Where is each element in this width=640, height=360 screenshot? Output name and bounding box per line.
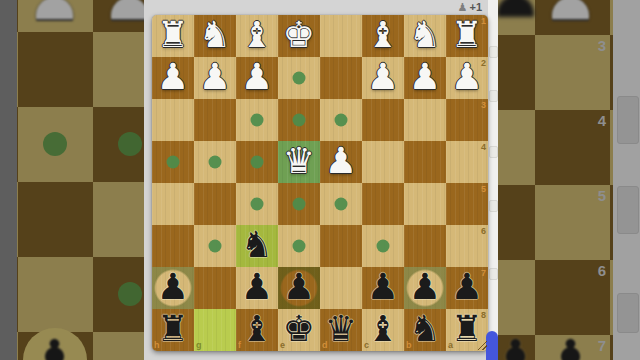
background-move-hint-dot	[118, 282, 142, 306]
piece-white-rook[interactable]: ♜	[152, 15, 194, 57]
background-ui-box	[617, 186, 639, 234]
square-c6[interactable]	[362, 225, 404, 267]
background-black-piece	[498, 0, 553, 33]
square-g5[interactable]	[194, 183, 236, 225]
chess-app-content: ♟ +1 ♜♞♝♚♝♞♜1♟♟♟♟♟♟23♛♟45♞6♟♟♟♟♟♟7♜hg♝f♚…	[144, 0, 498, 360]
background-move-hint-dot	[43, 132, 67, 156]
square-b3[interactable]	[404, 99, 446, 141]
square-b6[interactable]	[404, 225, 446, 267]
move-hint-dot	[251, 114, 264, 127]
move-hint-dot	[335, 114, 348, 127]
file-label: a	[448, 340, 453, 350]
square-g7[interactable]	[194, 267, 236, 309]
square-c3[interactable]	[362, 99, 404, 141]
square-e3[interactable]	[278, 99, 320, 141]
background-rank-label: 3	[590, 37, 606, 54]
piece-white-pawn[interactable]: ♟	[194, 57, 236, 99]
square-b2[interactable]: ♟	[404, 57, 446, 99]
piece-black-pawn[interactable]: ♟	[236, 267, 278, 309]
square-a5[interactable]: 5	[446, 183, 488, 225]
rank-label: 5	[481, 184, 486, 194]
background-move-hint-dot	[118, 132, 142, 156]
file-label: b	[406, 340, 412, 350]
square-e7[interactable]: ♟	[278, 267, 320, 309]
square-h1[interactable]: ♜	[152, 15, 194, 57]
piece-white-bishop[interactable]: ♝	[362, 15, 404, 57]
square-h3[interactable]	[152, 99, 194, 141]
square-f7[interactable]: ♟	[236, 267, 278, 309]
sidebar-mark	[489, 268, 498, 280]
piece-black-pawn[interactable]: ♟	[362, 267, 404, 309]
square-c2[interactable]: ♟	[362, 57, 404, 99]
file-label: e	[280, 340, 285, 350]
square-b8[interactable]: ♞b	[404, 309, 446, 351]
rank-label: 6	[481, 226, 486, 236]
sidebar-mark	[489, 200, 498, 212]
square-b7[interactable]: ♟	[404, 267, 446, 309]
square-f2[interactable]: ♟	[236, 57, 278, 99]
square-e6[interactable]	[278, 225, 320, 267]
move-hint-dot	[251, 198, 264, 211]
rank-label: 4	[481, 142, 486, 152]
file-label: f	[238, 340, 241, 350]
screenshot-stage: 34567 ♟ +1 ♜♞♝♚♝♞♜1♟♟♟♟♟♟23♛♟45♞6♟♟♟♟♟♟7…	[0, 0, 640, 360]
material-advantage-value: +1	[469, 1, 482, 13]
piece-white-bishop[interactable]: ♝	[236, 15, 278, 57]
square-a6[interactable]: 6	[446, 225, 488, 267]
piece-white-pawn[interactable]: ♟	[362, 57, 404, 99]
square-d1[interactable]	[320, 15, 362, 57]
square-h5[interactable]	[152, 183, 194, 225]
square-g1[interactable]: ♞	[194, 15, 236, 57]
background-white-pawn	[17, 0, 92, 35]
square-h6[interactable]	[152, 225, 194, 267]
background-rank-label: 5	[590, 187, 606, 204]
background-gray-strip-right	[613, 0, 640, 360]
square-c8[interactable]: ♝c	[362, 309, 404, 351]
piece-white-pawn[interactable]: ♟	[236, 57, 278, 99]
move-hint-dot	[377, 240, 390, 253]
square-f8[interactable]: ♝f	[236, 309, 278, 351]
square-e4[interactable]: ♛	[278, 141, 320, 183]
piece-white-knight[interactable]: ♞	[194, 15, 236, 57]
square-d8[interactable]: ♛d	[320, 309, 362, 351]
piece-white-pawn[interactable]: ♟	[320, 141, 362, 183]
background-blur-board-left	[17, 0, 148, 360]
piece-white-pawn[interactable]: ♟	[152, 57, 194, 99]
background-black-pawn	[498, 325, 553, 360]
background-rank-label: 6	[590, 262, 606, 279]
square-g8[interactable]: g	[194, 309, 236, 351]
material-advantage-indicator: ♟ +1	[458, 0, 482, 14]
file-label: d	[322, 340, 328, 350]
rank-label: 2	[481, 58, 486, 68]
sidebar-mark	[489, 46, 498, 58]
square-f5[interactable]	[236, 183, 278, 225]
square-d4[interactable]: ♟	[320, 141, 362, 183]
square-h4[interactable]	[152, 141, 194, 183]
move-hint-dot	[293, 114, 306, 127]
square-e1[interactable]: ♚	[278, 15, 320, 57]
background-capture-circle	[23, 328, 87, 360]
rank-label: 1	[481, 16, 486, 26]
move-hint-dot	[335, 198, 348, 211]
background-rank-label: 4	[590, 112, 606, 129]
square-d5[interactable]	[320, 183, 362, 225]
file-label: c	[364, 340, 369, 350]
square-g3[interactable]	[194, 99, 236, 141]
move-hint-dot	[167, 156, 180, 169]
square-c5[interactable]	[362, 183, 404, 225]
chess-board[interactable]: ♜♞♝♚♝♞♜1♟♟♟♟♟♟23♛♟45♞6♟♟♟♟♟♟7♜hg♝f♚e♛d♝c…	[152, 15, 488, 351]
background-gray-strip-left	[0, 0, 17, 360]
square-g4[interactable]	[194, 141, 236, 183]
rank-label: 3	[481, 100, 486, 110]
square-d2[interactable]	[320, 57, 362, 99]
rank-label: 7	[481, 268, 486, 278]
square-e8[interactable]: ♚e	[278, 309, 320, 351]
piece-white-queen[interactable]: ♛	[278, 141, 320, 183]
square-a7[interactable]: ♟7	[446, 267, 488, 309]
square-c1[interactable]: ♝	[362, 15, 404, 57]
square-a1[interactable]: ♜1	[446, 15, 488, 57]
background-blur-board-right: 34567	[498, 0, 613, 360]
square-f3[interactable]	[236, 99, 278, 141]
sidebar-strip	[488, 0, 498, 360]
square-h2[interactable]: ♟	[152, 57, 194, 99]
piece-black-bishop[interactable]: ♝	[236, 309, 278, 351]
background-white-pawn	[533, 0, 608, 35]
move-hint-dot	[209, 156, 222, 169]
square-g2[interactable]: ♟	[194, 57, 236, 99]
background-white-pawn	[92, 0, 148, 35]
square-d6[interactable]	[320, 225, 362, 267]
square-g6[interactable]	[194, 225, 236, 267]
square-b4[interactable]	[404, 141, 446, 183]
move-hint-dot	[293, 198, 306, 211]
rank-label: 8	[481, 310, 486, 320]
piece-black-pawn[interactable]: ♟	[404, 267, 446, 309]
piece-black-knight[interactable]: ♞	[236, 225, 278, 267]
move-hint-dot	[293, 240, 306, 253]
pawn-icon: ♟	[458, 2, 468, 13]
square-b1[interactable]: ♞	[404, 15, 446, 57]
square-f4[interactable]	[236, 141, 278, 183]
sidebar-mark	[489, 90, 498, 102]
move-hint-dot	[209, 240, 222, 253]
square-a2[interactable]: ♟2	[446, 57, 488, 99]
square-h7[interactable]: ♟	[152, 267, 194, 309]
move-hint-dot	[293, 72, 306, 85]
background-ui-box	[617, 293, 639, 333]
file-label: h	[154, 340, 160, 350]
resize-handle-icon[interactable]	[478, 341, 487, 350]
square-c7[interactable]: ♟	[362, 267, 404, 309]
square-h8[interactable]: ♜h	[152, 309, 194, 351]
piece-black-pawn[interactable]: ♟	[278, 267, 320, 309]
file-label: g	[196, 340, 202, 350]
sidebar-mark	[489, 146, 498, 158]
piece-black-pawn[interactable]: ♟	[152, 267, 194, 309]
background-rank-label: 7	[590, 337, 606, 354]
square-b5[interactable]	[404, 183, 446, 225]
move-hint-dot	[251, 156, 264, 169]
square-d3[interactable]	[320, 99, 362, 141]
square-f1[interactable]: ♝	[236, 15, 278, 57]
square-a4[interactable]: 4	[446, 141, 488, 183]
square-a3[interactable]: 3	[446, 99, 488, 141]
background-ui-box	[617, 96, 639, 144]
square-f6[interactable]: ♞	[236, 225, 278, 267]
square-e2[interactable]	[278, 57, 320, 99]
square-d7[interactable]	[320, 267, 362, 309]
piece-white-knight[interactable]: ♞	[404, 15, 446, 57]
square-e5[interactable]	[278, 183, 320, 225]
piece-white-king[interactable]: ♚	[278, 15, 320, 57]
piece-white-pawn[interactable]: ♟	[404, 57, 446, 99]
square-c4[interactable]	[362, 141, 404, 183]
